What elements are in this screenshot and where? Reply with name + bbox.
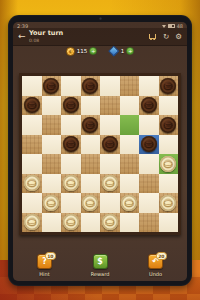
square-8-4[interactable] [81,213,101,233]
square-7-4[interactable]: ⛀ [81,193,101,213]
hint-count-badge: 10 [45,252,55,260]
dark-piece[interactable]: ⛂ [141,136,157,152]
coin-icon: $ [66,47,75,56]
light-piece[interactable]: ⛀ [24,214,40,230]
square-4-1[interactable] [22,135,42,155]
square-6-5[interactable]: ⛀ [100,174,120,194]
square-2-7[interactable]: ⛂ [139,96,159,116]
dark-piece[interactable]: ⛂ [63,97,79,113]
add-gems-button[interactable]: + [126,47,134,55]
light-piece[interactable]: ⛀ [102,175,118,191]
dark-piece[interactable]: ⛂ [24,97,40,113]
hint-button[interactable]: ? 10 Hint [37,254,52,280]
gems-count: 1 [121,48,125,54]
hint-icon: ? 10 [37,254,52,269]
dark-piece[interactable]: ⛂ [63,136,79,152]
light-piece[interactable]: ⛀ [160,195,176,211]
square-3-6[interactable] [120,115,140,135]
square-7-3[interactable] [61,193,81,213]
dark-piece[interactable]: ⛂ [160,117,176,133]
square-2-4[interactable] [81,96,101,116]
square-6-7[interactable] [139,174,159,194]
checkers-board: ⛂⛂⛂⛂⛂⛂⛂⛂⛂⛂⛂⛀⛀⛀⛀⛀⛀⛀⛀⛀⛀⛀ [19,73,181,235]
square-8-5[interactable]: ⛀ [100,213,120,233]
square-1-3[interactable] [61,76,81,96]
square-7-8[interactable]: ⛀ [159,193,179,213]
square-1-1[interactable] [22,76,42,96]
coins-count: 115 [77,48,88,54]
square-1-8[interactable]: ⛂ [159,76,179,96]
dark-piece[interactable]: ⛂ [43,78,59,94]
square-7-7[interactable] [139,193,159,213]
screenshot-background: 2:39 48 ← Your turn 0:08 ↻ ⚙ [0,0,200,300]
add-coins-button[interactable]: + [89,47,97,55]
square-1-2[interactable]: ⛂ [42,76,62,96]
square-3-2[interactable] [42,115,62,135]
square-1-6[interactable] [120,76,140,96]
light-piece[interactable]: ⛀ [121,195,137,211]
square-6-4[interactable] [81,174,101,194]
square-8-3[interactable]: ⛀ [61,213,81,233]
tablet-device: 2:39 48 ← Your turn 0:08 ↻ ⚙ [8,15,192,286]
square-4-5[interactable]: ⛂ [100,135,120,155]
light-piece[interactable]: ⛀ [63,175,79,191]
dark-piece[interactable]: ⛂ [82,78,98,94]
gem-icon [109,46,120,57]
turn-timer: 0:08 [29,38,63,43]
square-5-3[interactable] [61,154,81,174]
light-piece[interactable]: ⛀ [43,195,59,211]
refresh-icon[interactable]: ↻ [163,32,169,41]
settings-gear-icon[interactable]: ⚙ [175,32,182,41]
square-2-8[interactable] [159,96,179,116]
undo-button[interactable]: ↶ 20 Undo [148,254,163,280]
square-4-4[interactable] [81,135,101,155]
square-8-2[interactable] [42,213,62,233]
dark-piece[interactable]: ⛂ [82,117,98,133]
square-7-5[interactable] [100,193,120,213]
square-2-2[interactable] [42,96,62,116]
square-1-4[interactable]: ⛂ [81,76,101,96]
square-5-6[interactable] [120,154,140,174]
square-2-1[interactable]: ⛂ [22,96,42,116]
undo-icon: ↶ 20 [148,254,163,269]
square-6-1[interactable]: ⛀ [22,174,42,194]
square-1-7[interactable] [139,76,159,96]
dark-piece[interactable]: ⛂ [141,97,157,113]
square-2-5[interactable] [100,96,120,116]
square-5-5[interactable] [100,154,120,174]
square-6-6[interactable] [120,174,140,194]
square-6-8[interactable] [159,174,179,194]
app-header: ← Your turn 0:08 ↻ ⚙ [13,28,187,46]
shop-cart-icon[interactable] [149,33,157,40]
square-3-4[interactable]: ⛂ [81,115,101,135]
square-5-8[interactable]: ⛀ [159,154,179,174]
light-piece[interactable]: ⛀ [63,214,79,230]
page-title: Your turn [29,30,63,37]
square-7-6[interactable]: ⛀ [120,193,140,213]
booster-toolbar: ? 10 Hint $ Reward ↶ 20 [13,254,187,280]
app-screen: 2:39 48 ← Your turn 0:08 ↻ ⚙ [13,22,187,281]
square-2-3[interactable]: ⛂ [61,96,81,116]
gems-chip[interactable]: 1 + [109,47,134,55]
square-3-7[interactable] [139,115,159,135]
camera-dot [99,17,102,20]
square-4-2[interactable] [42,135,62,155]
square-4-3[interactable]: ⛂ [61,135,81,155]
light-piece[interactable]: ⛀ [24,175,40,191]
coins-chip[interactable]: $ 115 + [66,47,98,56]
reward-label: Reward [91,271,110,277]
light-piece[interactable]: ⛀ [102,214,118,230]
square-3-1[interactable] [22,115,42,135]
square-8-1[interactable]: ⛀ [22,213,42,233]
square-6-3[interactable]: ⛀ [61,174,81,194]
back-button[interactable]: ← [18,32,29,41]
light-piece[interactable]: ⛀ [82,195,98,211]
square-7-2[interactable]: ⛀ [42,193,62,213]
square-3-3[interactable] [61,115,81,135]
square-3-5[interactable] [100,115,120,135]
square-8-6[interactable] [120,213,140,233]
undo-count-badge: 20 [156,252,166,260]
square-5-1[interactable] [22,154,42,174]
square-5-2[interactable] [42,154,62,174]
light-piece[interactable]: ⛀ [160,156,176,172]
square-8-8[interactable] [159,213,179,233]
square-5-4[interactable] [81,154,101,174]
hint-label: Hint [39,271,49,277]
dark-piece[interactable]: ⛂ [102,136,118,152]
reward-moneybag-icon: $ [93,254,108,269]
square-7-1[interactable] [22,193,42,213]
square-4-8[interactable] [159,135,179,155]
currency-bar: $ 115 + 1 + [13,45,187,57]
square-2-6[interactable] [120,96,140,116]
square-1-5[interactable] [100,76,120,96]
square-8-7[interactable] [139,213,159,233]
square-4-6[interactable] [120,135,140,155]
dark-piece[interactable]: ⛂ [160,78,176,94]
square-4-7[interactable]: ⛂ [139,135,159,155]
square-3-8[interactable]: ⛂ [159,115,179,135]
undo-label: Undo [149,271,162,277]
square-6-2[interactable] [42,174,62,194]
reward-button[interactable]: $ Reward [91,254,110,280]
square-5-7[interactable] [139,154,159,174]
